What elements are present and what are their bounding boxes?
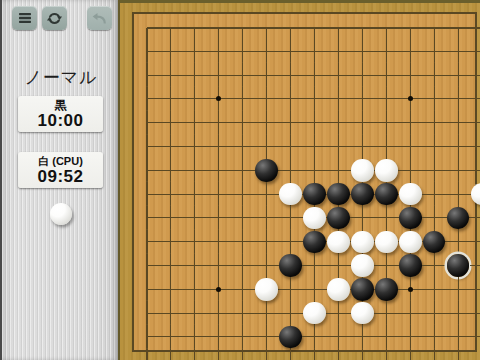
white-stone	[351, 254, 374, 277]
board-intersection[interactable]	[231, 277, 255, 301]
board-intersection[interactable]	[159, 158, 183, 182]
board-intersection[interactable]	[374, 135, 398, 159]
board-intersection[interactable]	[159, 16, 183, 40]
board-intersection[interactable]	[135, 230, 159, 254]
board-intersection[interactable]	[231, 182, 255, 206]
board-intersection[interactable]	[398, 39, 422, 63]
board-intersection[interactable]	[135, 206, 159, 230]
board-intersection[interactable]	[374, 63, 398, 87]
board-intersection[interactable]	[326, 39, 350, 63]
board-intersection[interactable]	[183, 158, 207, 182]
black-stone	[279, 254, 302, 277]
board-intersection[interactable]	[446, 206, 470, 230]
board-intersection[interactable]	[470, 87, 480, 111]
board-intersection[interactable]	[159, 135, 183, 159]
board-intersection[interactable]	[183, 16, 207, 40]
board-intersection[interactable]	[470, 63, 480, 87]
board-intersection[interactable]	[326, 111, 350, 135]
white-clock-panel: 白 (CPU) 09:52	[18, 152, 103, 188]
board-intersection[interactable]	[422, 63, 446, 87]
board-intersection[interactable]	[279, 111, 303, 135]
board-intersection[interactable]	[350, 206, 374, 230]
board-intersection[interactable]	[207, 63, 231, 87]
board-intersection[interactable]	[446, 87, 470, 111]
board-intersection[interactable]	[446, 325, 470, 349]
board-intersection[interactable]	[374, 16, 398, 40]
board-intersection[interactable]	[255, 39, 279, 63]
board-intersection[interactable]	[159, 254, 183, 278]
board-intersection[interactable]	[326, 277, 350, 301]
black-stone	[351, 278, 374, 301]
board-intersection[interactable]	[183, 349, 207, 360]
black-player-time: 10:00	[18, 112, 103, 130]
board-intersection[interactable]	[135, 63, 159, 87]
board-intersection[interactable]	[279, 158, 303, 182]
mode-label: ノーマル	[2, 66, 120, 89]
board-intersection[interactable]	[135, 135, 159, 159]
black-stone	[255, 159, 278, 182]
white-stone	[327, 231, 350, 254]
board-intersection[interactable]	[470, 16, 480, 40]
board-intersection[interactable]	[231, 39, 255, 63]
board-intersection[interactable]	[231, 206, 255, 230]
board-intersection[interactable]	[398, 16, 422, 40]
board-intersection[interactable]	[398, 63, 422, 87]
board-intersection[interactable]	[207, 16, 231, 40]
board-intersection[interactable]	[159, 111, 183, 135]
board-intersection[interactable]	[374, 301, 398, 325]
board-intersection[interactable]	[231, 16, 255, 40]
board-intersection[interactable]	[398, 135, 422, 159]
refresh-icon	[46, 10, 63, 27]
board-intersection[interactable]	[159, 206, 183, 230]
board-intersection[interactable]	[183, 301, 207, 325]
black-stone	[351, 183, 374, 206]
board-intersection[interactable]	[398, 230, 422, 254]
board-intersection[interactable]	[422, 277, 446, 301]
undo-button[interactable]	[87, 6, 112, 30]
board-intersection[interactable]	[135, 349, 159, 360]
white-stone	[399, 183, 422, 206]
board-intersection[interactable]	[422, 16, 446, 40]
board-intersection[interactable]	[326, 87, 350, 111]
board-intersection[interactable]	[326, 16, 350, 40]
black-stone	[327, 183, 350, 206]
undo-icon	[91, 10, 108, 27]
white-stone	[279, 183, 302, 206]
board-intersection[interactable]	[326, 230, 350, 254]
board-intersection[interactable]	[446, 158, 470, 182]
board-intersection[interactable]	[135, 158, 159, 182]
board-intersection[interactable]	[159, 277, 183, 301]
board-intersection[interactable]	[374, 39, 398, 63]
board-intersection[interactable]	[231, 254, 255, 278]
board-intersection[interactable]	[326, 135, 350, 159]
board-intersection[interactable]	[350, 87, 374, 111]
board-intersection[interactable]	[279, 349, 303, 360]
board-intersection[interactable]	[207, 349, 231, 360]
board-intersection[interactable]	[183, 325, 207, 349]
board-intersection[interactable]	[326, 63, 350, 87]
board-intersection[interactable]	[470, 230, 480, 254]
board-intersection[interactable]	[326, 206, 350, 230]
board-intersection[interactable]	[326, 254, 350, 278]
white-stone	[351, 159, 374, 182]
board-intersection[interactable]	[350, 182, 374, 206]
white-stone	[375, 231, 398, 254]
board-intersection[interactable]	[255, 135, 279, 159]
board-intersection[interactable]	[255, 325, 279, 349]
board-intersection[interactable]	[398, 182, 422, 206]
board-intersection[interactable]	[470, 158, 480, 182]
black-stone-last-move	[447, 254, 470, 277]
board-intersection[interactable]	[398, 87, 422, 111]
board-intersection[interactable]	[326, 182, 350, 206]
board-intersection[interactable]	[183, 87, 207, 111]
board-intersection[interactable]	[446, 63, 470, 87]
board-intersection[interactable]	[470, 301, 480, 325]
board-intersection[interactable]	[446, 349, 470, 360]
board-intersection[interactable]	[159, 325, 183, 349]
board-intersection[interactable]	[470, 325, 480, 349]
board-intersection[interactable]	[183, 135, 207, 159]
board-intersection[interactable]	[135, 39, 159, 63]
board-intersection[interactable]	[159, 230, 183, 254]
board-intersection[interactable]	[135, 301, 159, 325]
menu-icon	[17, 10, 33, 26]
board-intersection[interactable]	[302, 39, 326, 63]
board-intersection[interactable]	[470, 111, 480, 135]
board-intersection[interactable]	[398, 206, 422, 230]
board-intersection[interactable]	[398, 325, 422, 349]
board-intersection[interactable]	[231, 349, 255, 360]
board-intersection[interactable]	[183, 182, 207, 206]
board-intersection[interactable]	[302, 182, 326, 206]
white-player-time: 09:52	[18, 168, 103, 186]
board-intersection[interactable]	[374, 111, 398, 135]
white-stone	[351, 231, 374, 254]
board-intersection[interactable]	[302, 87, 326, 111]
board-intersection[interactable]	[422, 254, 446, 278]
board-intersection[interactable]	[470, 135, 480, 159]
board-intersection[interactable]	[135, 87, 159, 111]
board-intersection[interactable]	[446, 182, 470, 206]
board-intersection[interactable]	[279, 39, 303, 63]
board-intersection[interactable]	[207, 254, 231, 278]
board-intersection[interactable]	[135, 254, 159, 278]
board-intersection[interactable]	[302, 254, 326, 278]
board-intersection[interactable]	[302, 277, 326, 301]
board-intersection[interactable]	[446, 135, 470, 159]
menu-button[interactable]	[12, 6, 37, 30]
board-intersection[interactable]	[255, 301, 279, 325]
black-clock-panel: 黒 10:00	[18, 96, 103, 132]
board-intersection[interactable]	[398, 254, 422, 278]
board-intersection[interactable]	[326, 349, 350, 360]
board-surface	[132, 12, 478, 352]
board-intersection[interactable]	[350, 39, 374, 63]
board-intersection[interactable]	[207, 206, 231, 230]
board-intersection[interactable]	[207, 87, 231, 111]
board-intersection[interactable]	[302, 111, 326, 135]
board-intersection[interactable]	[207, 277, 231, 301]
board-intersection[interactable]	[422, 325, 446, 349]
board-intersection[interactable]	[446, 230, 470, 254]
board-intersection[interactable]	[183, 63, 207, 87]
board-intersection[interactable]	[279, 301, 303, 325]
black-stone	[375, 183, 398, 206]
board-intersection[interactable]	[422, 111, 446, 135]
board-intersection[interactable]	[398, 301, 422, 325]
board-intersection[interactable]	[279, 230, 303, 254]
board-intersection[interactable]	[255, 206, 279, 230]
black-stone	[303, 231, 326, 254]
goban-grid[interactable]	[135, 16, 480, 360]
board-intersection[interactable]	[470, 182, 480, 206]
white-stone	[303, 207, 326, 230]
black-stone	[447, 207, 470, 230]
black-stone	[303, 183, 326, 206]
board-intersection[interactable]	[374, 230, 398, 254]
board-intersection[interactable]	[279, 16, 303, 40]
sidebar: ノーマル 黒 10:00 白 (CPU) 09:52	[0, 0, 118, 360]
board-intersection[interactable]	[183, 230, 207, 254]
board-intersection[interactable]	[159, 87, 183, 111]
board-intersection[interactable]	[422, 182, 446, 206]
board-intersection[interactable]	[183, 277, 207, 301]
board-intersection[interactable]	[279, 182, 303, 206]
board-intersection[interactable]	[422, 158, 446, 182]
black-stone	[279, 326, 302, 349]
board-intersection[interactable]	[374, 349, 398, 360]
board-intersection[interactable]	[398, 158, 422, 182]
board-intersection[interactable]	[374, 254, 398, 278]
board-intersection[interactable]	[374, 206, 398, 230]
board-intersection[interactable]	[231, 158, 255, 182]
board-intersection[interactable]	[207, 39, 231, 63]
board-intersection[interactable]	[422, 39, 446, 63]
board-intersection[interactable]	[422, 230, 446, 254]
board-intersection[interactable]	[446, 301, 470, 325]
black-stone	[399, 207, 422, 230]
white-player-label: 白 (CPU)	[18, 154, 103, 168]
board-intersection[interactable]	[302, 135, 326, 159]
board-intersection[interactable]	[207, 301, 231, 325]
board-intersection[interactable]	[350, 277, 374, 301]
board-intersection[interactable]	[398, 111, 422, 135]
board-intersection[interactable]	[398, 349, 422, 360]
board-intersection[interactable]	[183, 254, 207, 278]
board-intersection[interactable]	[135, 16, 159, 40]
board-intersection[interactable]	[350, 301, 374, 325]
black-stone	[375, 278, 398, 301]
board-intersection[interactable]	[231, 63, 255, 87]
board-intersection[interactable]	[446, 254, 470, 278]
board-intersection[interactable]	[135, 325, 159, 349]
board-intersection[interactable]	[207, 230, 231, 254]
board-intersection[interactable]	[279, 277, 303, 301]
board-intersection[interactable]	[422, 349, 446, 360]
board-intersection[interactable]	[302, 301, 326, 325]
black-stone	[327, 207, 350, 230]
board-intersection[interactable]	[207, 158, 231, 182]
board-intersection[interactable]	[446, 111, 470, 135]
black-stone	[399, 254, 422, 277]
board-intersection[interactable]	[255, 63, 279, 87]
board-intersection[interactable]	[350, 16, 374, 40]
board-intersection[interactable]	[470, 254, 480, 278]
board-intersection[interactable]	[302, 158, 326, 182]
board-intersection[interactable]	[255, 87, 279, 111]
board-intersection[interactable]	[255, 182, 279, 206]
board-intersection[interactable]	[231, 230, 255, 254]
board-intersection[interactable]	[302, 206, 326, 230]
white-stone	[303, 302, 326, 325]
board-bezel-edge	[120, 0, 480, 3]
board-intersection[interactable]	[470, 277, 480, 301]
star-point	[216, 287, 221, 292]
board-intersection[interactable]	[374, 182, 398, 206]
board-intersection[interactable]	[159, 301, 183, 325]
board-intersection[interactable]	[183, 39, 207, 63]
board-intersection[interactable]	[231, 111, 255, 135]
board-intersection[interactable]	[350, 158, 374, 182]
refresh-button[interactable]	[42, 6, 67, 30]
board-intersection[interactable]	[470, 39, 480, 63]
white-stone	[471, 183, 480, 206]
board-intersection[interactable]	[207, 325, 231, 349]
board-intersection[interactable]	[207, 111, 231, 135]
board-intersection[interactable]	[159, 182, 183, 206]
board-intersection[interactable]	[279, 254, 303, 278]
board-intersection[interactable]	[374, 158, 398, 182]
board-intersection[interactable]	[350, 230, 374, 254]
board-intersection[interactable]	[159, 39, 183, 63]
black-player-label: 黒	[18, 98, 103, 112]
board-intersection[interactable]	[374, 87, 398, 111]
board-intersection[interactable]	[255, 277, 279, 301]
board-intersection[interactable]	[350, 349, 374, 360]
board-intersection[interactable]	[255, 16, 279, 40]
board-intersection[interactable]	[255, 158, 279, 182]
board-intersection[interactable]	[374, 277, 398, 301]
board-intersection[interactable]	[422, 135, 446, 159]
board-intersection[interactable]	[135, 111, 159, 135]
board-intersection[interactable]	[350, 135, 374, 159]
board-intersection[interactable]	[302, 63, 326, 87]
board-intersection[interactable]	[255, 349, 279, 360]
board-intersection[interactable]	[446, 39, 470, 63]
board-intersection[interactable]	[422, 87, 446, 111]
board-intersection[interactable]	[470, 349, 480, 360]
board-intersection[interactable]	[326, 158, 350, 182]
board-intersection[interactable]	[183, 206, 207, 230]
board-intersection[interactable]	[207, 182, 231, 206]
black-stone	[423, 231, 446, 254]
star-point	[408, 287, 413, 292]
board-intersection[interactable]	[255, 254, 279, 278]
board-intersection[interactable]	[255, 230, 279, 254]
board-intersection[interactable]	[326, 301, 350, 325]
board-intersection[interactable]	[326, 325, 350, 349]
board-intersection[interactable]	[279, 206, 303, 230]
board-intersection[interactable]	[422, 206, 446, 230]
star-point	[408, 96, 413, 101]
board-intersection[interactable]	[302, 16, 326, 40]
board-intersection[interactable]	[231, 325, 255, 349]
board-intersection[interactable]	[255, 111, 279, 135]
white-stone	[327, 278, 350, 301]
board-intersection[interactable]	[446, 16, 470, 40]
star-point	[216, 96, 221, 101]
go-board	[118, 0, 480, 360]
board-intersection[interactable]	[231, 301, 255, 325]
board-intersection[interactable]	[350, 325, 374, 349]
board-intersection[interactable]	[398, 277, 422, 301]
board-intersection[interactable]	[231, 135, 255, 159]
board-intersection[interactable]	[302, 325, 326, 349]
board-intersection[interactable]	[135, 182, 159, 206]
board-intersection[interactable]	[374, 325, 398, 349]
white-stone	[375, 159, 398, 182]
board-intersection[interactable]	[350, 111, 374, 135]
board-intersection[interactable]	[446, 277, 470, 301]
board-intersection[interactable]	[279, 325, 303, 349]
white-stone	[351, 302, 374, 325]
white-stone	[399, 231, 422, 254]
turn-indicator-white-stone	[50, 203, 72, 225]
board-intersection[interactable]	[207, 135, 231, 159]
board-intersection[interactable]	[302, 230, 326, 254]
board-intersection[interactable]	[159, 63, 183, 87]
board-intersection[interactable]	[183, 111, 207, 135]
board-intersection[interactable]	[470, 206, 480, 230]
board-intersection[interactable]	[279, 87, 303, 111]
board-intersection[interactable]	[159, 349, 183, 360]
board-intersection[interactable]	[422, 301, 446, 325]
board-intersection[interactable]	[350, 63, 374, 87]
board-intersection[interactable]	[279, 135, 303, 159]
white-stone	[255, 278, 278, 301]
board-intersection[interactable]	[135, 277, 159, 301]
board-intersection[interactable]	[279, 63, 303, 87]
board-intersection[interactable]	[350, 254, 374, 278]
board-intersection[interactable]	[302, 349, 326, 360]
board-intersection[interactable]	[231, 87, 255, 111]
